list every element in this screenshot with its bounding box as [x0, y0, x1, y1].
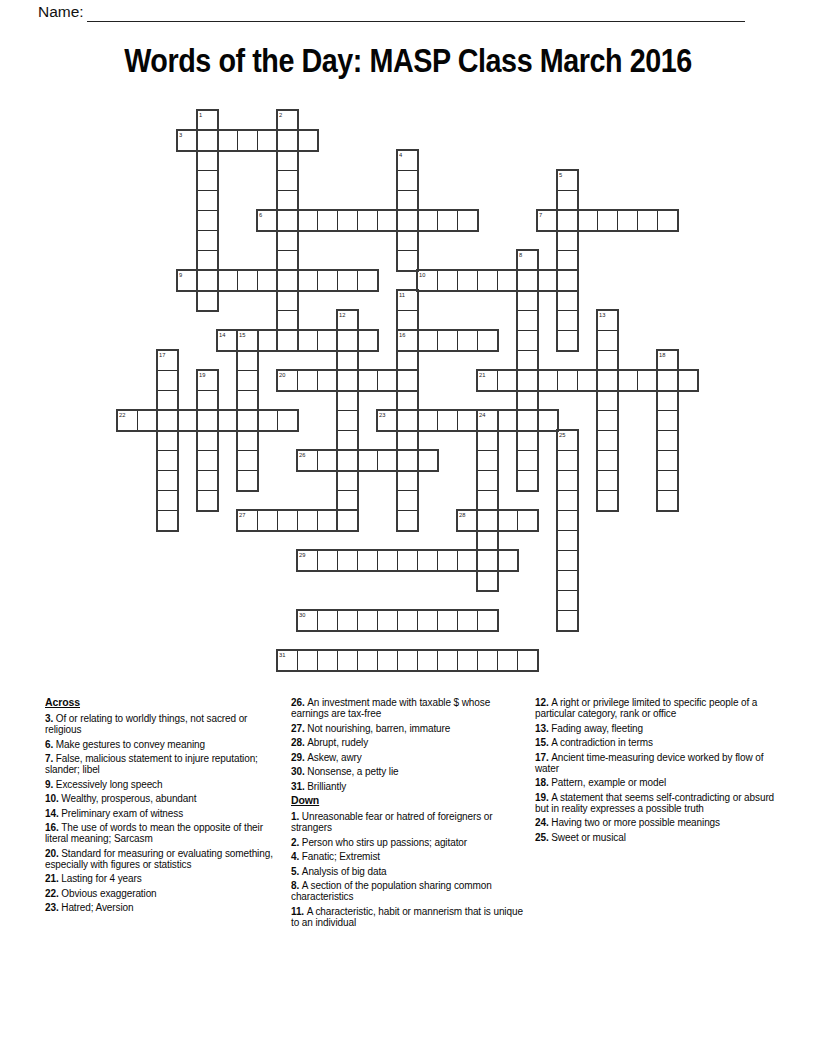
cell-r13c22[interactable]	[557, 370, 578, 391]
cell-r18c20[interactable]	[517, 470, 538, 491]
cell-r1c8[interactable]	[277, 130, 298, 151]
cell-r13c10[interactable]	[317, 370, 338, 391]
cell-r22c22[interactable]	[557, 550, 578, 571]
cell-r18c14[interactable]	[397, 470, 418, 491]
clue-across-6: 6. Make gestures to convey meaning	[45, 739, 276, 750]
cell-r18c6[interactable]	[237, 470, 258, 491]
cell-r2c8[interactable]	[277, 150, 298, 171]
cell-r18c11[interactable]	[337, 470, 358, 491]
cell-r25c15[interactable]	[417, 610, 438, 631]
cell-r15c7[interactable]	[257, 410, 278, 431]
cell-r14c14[interactable]	[397, 390, 418, 411]
cell-r15c14[interactable]	[397, 410, 418, 431]
cell-r3c8[interactable]	[277, 170, 298, 191]
cell-r17c14[interactable]	[397, 450, 418, 471]
cell-r16c14[interactable]	[397, 430, 418, 451]
clue-across-23: 23. Hatred; Aversion	[45, 902, 276, 913]
cell-r16c24[interactable]	[597, 430, 618, 451]
cell-r16c4[interactable]	[197, 430, 218, 451]
cell-r11c20[interactable]	[517, 330, 538, 351]
clue-number-label: 9.	[45, 779, 56, 790]
clues-column-left: Across3. Of or relating to worldly thing…	[45, 697, 276, 917]
cell-r19c11[interactable]	[337, 490, 358, 511]
cell-r13c27[interactable]	[657, 370, 678, 391]
cell-r22c11[interactable]	[337, 550, 358, 571]
cell-r4c8[interactable]	[277, 190, 298, 211]
cell-r5c16[interactable]	[437, 210, 458, 231]
cell-r20c14[interactable]	[397, 510, 418, 531]
cell-r16c2[interactable]	[157, 430, 178, 451]
cell-r17c18[interactable]	[477, 450, 498, 471]
cell-r8c19[interactable]	[497, 270, 518, 291]
cell-r15c17[interactable]	[457, 410, 478, 431]
cell-r6c22[interactable]	[557, 230, 578, 251]
clue-text: Not nourishing, barren, immature	[307, 723, 450, 734]
cell-r25c14[interactable]	[397, 610, 418, 631]
cell-r15c13[interactable]	[377, 410, 398, 431]
cell-r17c12[interactable]	[357, 450, 378, 471]
cell-r27c19[interactable]	[497, 650, 518, 671]
cell-r4c4[interactable]	[197, 190, 218, 211]
cell-r13c24[interactable]	[597, 370, 618, 391]
cell-r9c8[interactable]	[277, 290, 298, 311]
cell-r19c14[interactable]	[397, 490, 418, 511]
cell-r7c14[interactable]	[397, 250, 418, 271]
name-label: Name:	[38, 3, 84, 20]
cell-r20c2[interactable]	[157, 510, 178, 531]
cell-r1c7[interactable]	[257, 130, 278, 151]
cell-r0c4[interactable]	[197, 110, 218, 131]
cell-r18c18[interactable]	[477, 470, 498, 491]
cell-r5c24[interactable]	[597, 210, 618, 231]
clue-number-label: 16.	[45, 822, 61, 833]
cell-r15c15[interactable]	[417, 410, 438, 431]
cell-r12c11[interactable]	[337, 350, 358, 371]
cell-r17c11[interactable]	[337, 450, 358, 471]
cell-r20c6[interactable]	[237, 510, 258, 531]
cell-r22c18[interactable]	[477, 550, 498, 571]
clue-text: An investment made with taxable $ whose …	[291, 697, 490, 719]
cell-r5c12[interactable]	[357, 210, 378, 231]
cell-r13c14[interactable]	[397, 370, 418, 391]
clues-column-middle: 26. An investment made with taxable $ wh…	[291, 697, 527, 931]
clue-text: Excessively long speech	[56, 779, 163, 790]
clue-number-label: 17.	[535, 752, 551, 763]
cell-r25c18[interactable]	[477, 610, 498, 631]
cell-r5c17[interactable]	[457, 210, 478, 231]
cell-r16c20[interactable]	[517, 430, 538, 451]
cell-r11c17[interactable]	[457, 330, 478, 351]
clue-number-label: 12.	[535, 697, 551, 708]
cell-r25c16[interactable]	[437, 610, 458, 631]
cell-r20c22[interactable]	[557, 510, 578, 531]
cell-r8c20[interactable]	[517, 270, 538, 291]
cell-r12c14[interactable]	[397, 350, 418, 371]
cell-r13c13[interactable]	[377, 370, 398, 391]
cell-r5c11[interactable]	[337, 210, 358, 231]
cell-r13c11[interactable]	[337, 370, 358, 391]
cell-r17c20[interactable]	[517, 450, 538, 471]
cell-r22c17[interactable]	[457, 550, 478, 571]
clue-down-13: 13. Fading away, fleeting	[535, 723, 778, 734]
cell-r1c9[interactable]	[297, 130, 318, 151]
clue-text: A statement that seems self-contradictin…	[535, 792, 774, 814]
cell-r5c25[interactable]	[617, 210, 638, 231]
cell-r27c20[interactable]	[517, 650, 538, 671]
cell-r1c4[interactable]	[197, 130, 218, 151]
cell-r15c19[interactable]	[497, 410, 518, 431]
cell-r5c27[interactable]	[657, 210, 678, 231]
cell-r10c20[interactable]	[517, 310, 538, 331]
cell-r15c8[interactable]	[277, 410, 298, 431]
cell-r5c15[interactable]	[417, 210, 438, 231]
cell-r8c7[interactable]	[257, 270, 278, 291]
cell-r2c14[interactable]	[397, 150, 418, 171]
cell-r12c27[interactable]	[657, 350, 678, 371]
cell-r9c20[interactable]	[517, 290, 538, 311]
cell-r14c24[interactable]	[597, 390, 618, 411]
cell-r11c6[interactable]	[237, 330, 258, 351]
clue-text: Preliminary exam of witness	[61, 808, 183, 819]
cell-r23c18[interactable]	[477, 570, 498, 591]
cell-r22c16[interactable]	[437, 550, 458, 571]
cell-r15c5[interactable]	[217, 410, 238, 431]
clue-number-label: 10.	[45, 793, 61, 804]
clue-across-9: 9. Excessively long speech	[45, 779, 276, 790]
cell-r5c10[interactable]	[317, 210, 338, 231]
cell-r11c12[interactable]	[357, 330, 378, 351]
cell-r7c22[interactable]	[557, 250, 578, 271]
cell-r14c27[interactable]	[657, 390, 678, 411]
cell-r12c20[interactable]	[517, 350, 538, 371]
cell-r18c2[interactable]	[157, 470, 178, 491]
cell-r22c13[interactable]	[377, 550, 398, 571]
cell-r11c9[interactable]	[297, 330, 318, 351]
cell-r10c14[interactable]	[397, 310, 418, 331]
cell-r14c2[interactable]	[157, 390, 178, 411]
clue-text: Make gestures to convey meaning	[56, 739, 205, 750]
cell-r13c23[interactable]	[577, 370, 598, 391]
clue-text: A section of the population sharing comm…	[291, 880, 492, 902]
cell-r2c4[interactable]	[197, 150, 218, 171]
cell-r21c18[interactable]	[477, 530, 498, 551]
cell-r8c17[interactable]	[457, 270, 478, 291]
cell-r14c4[interactable]	[197, 390, 218, 411]
cell-r19c4[interactable]	[197, 490, 218, 511]
cell-r22c12[interactable]	[357, 550, 378, 571]
clue-number-label: 21.	[45, 873, 61, 884]
cell-r20c19[interactable]	[497, 510, 518, 531]
cell-r11c15[interactable]	[417, 330, 438, 351]
cell-r8c10[interactable]	[317, 270, 338, 291]
cell-r19c27[interactable]	[657, 490, 678, 511]
clue-number-label: 2.	[291, 837, 302, 848]
cell-r20c11[interactable]	[337, 510, 358, 531]
cell-r11c14[interactable]	[397, 330, 418, 351]
cell-r18c27[interactable]	[657, 470, 678, 491]
cell-r15c3[interactable]	[177, 410, 198, 431]
cell-r15c27[interactable]	[657, 410, 678, 431]
clue-text: Obvious exaggeration	[61, 888, 156, 899]
cell-r8c5[interactable]	[217, 270, 238, 291]
clue-down-15: 15. A contradiction in terms	[535, 737, 778, 748]
cell-r27c16[interactable]	[437, 650, 458, 671]
clue-text: Fanatic; Extremist	[302, 851, 380, 862]
cell-r10c24[interactable]	[597, 310, 618, 331]
cell-r17c13[interactable]	[377, 450, 398, 471]
cell-r25c12[interactable]	[357, 610, 378, 631]
cell-r11c18[interactable]	[477, 330, 498, 351]
cell-r11c16[interactable]	[437, 330, 458, 351]
cell-r6c14[interactable]	[397, 230, 418, 251]
clue-text: Pattern, example or model	[551, 777, 666, 788]
cell-r27c17[interactable]	[457, 650, 478, 671]
cell-r13c6[interactable]	[237, 370, 258, 391]
cell-r17c27[interactable]	[657, 450, 678, 471]
cell-r25c11[interactable]	[337, 610, 358, 631]
cell-r7c4[interactable]	[197, 250, 218, 271]
down-header: Down	[291, 795, 527, 806]
cell-r15c18[interactable]	[477, 410, 498, 431]
cell-r1c3[interactable]	[177, 130, 198, 151]
cell-r11c7[interactable]	[257, 330, 278, 351]
cell-r15c1[interactable]	[137, 410, 158, 431]
cell-r7c20[interactable]	[517, 250, 538, 271]
clue-text: Unreasonable fear or hatred of foreigner…	[291, 811, 493, 833]
cell-r11c22[interactable]	[557, 330, 578, 351]
cell-r5c23[interactable]	[577, 210, 598, 231]
cell-r13c25[interactable]	[617, 370, 638, 391]
clue-number-label: 26.	[291, 697, 307, 708]
cell-r15c16[interactable]	[437, 410, 458, 431]
clue-number-label: 8.	[291, 880, 302, 891]
cell-r22c19[interactable]	[497, 550, 518, 571]
cell-r20c20[interactable]	[517, 510, 538, 531]
cell-r11c8[interactable]	[277, 330, 298, 351]
cell-r27c15[interactable]	[417, 650, 438, 671]
cell-r27c9[interactable]	[297, 650, 318, 671]
cell-r5c22[interactable]	[557, 210, 578, 231]
clue-down-24: 24. Having two or more possible meanings	[535, 817, 778, 828]
clue-number-label: 23.	[45, 902, 61, 913]
clue-number-label: 25.	[535, 832, 551, 843]
cell-r27c18[interactable]	[477, 650, 498, 671]
cell-r15c6[interactable]	[237, 410, 258, 431]
clue-across-22: 22. Obvious exaggeration	[45, 888, 276, 899]
cell-r12c24[interactable]	[597, 350, 618, 371]
cell-r8c9[interactable]	[297, 270, 318, 291]
cell-r8c16[interactable]	[437, 270, 458, 291]
cell-r17c6[interactable]	[237, 450, 258, 471]
cell-r15c20[interactable]	[517, 410, 538, 431]
clue-down-18: 18. Pattern, example or model	[535, 777, 778, 788]
cell-r17c9[interactable]	[297, 450, 318, 471]
cell-r16c27[interactable]	[657, 430, 678, 451]
clue-number-label: 5.	[291, 866, 302, 877]
cell-r13c8[interactable]	[277, 370, 298, 391]
cell-r13c18[interactable]	[477, 370, 498, 391]
cell-r18c22[interactable]	[557, 470, 578, 491]
cell-r13c20[interactable]	[517, 370, 538, 391]
worksheet-page: { "page": { "name_label": "Name:", "titl…	[0, 0, 816, 1056]
cell-r8c4[interactable]	[197, 270, 218, 291]
clue-number-label: 19.	[535, 792, 551, 803]
cell-r15c11[interactable]	[337, 410, 358, 431]
clue-text: False, malicious statement to injure rep…	[45, 753, 258, 775]
cell-r5c9[interactable]	[297, 210, 318, 231]
cell-r8c22[interactable]	[557, 270, 578, 291]
cell-r5c21[interactable]	[537, 210, 558, 231]
cell-r12c6[interactable]	[237, 350, 258, 371]
cell-r20c8[interactable]	[277, 510, 298, 531]
cell-r25c10[interactable]	[317, 610, 338, 631]
clue-across-29: 29. Askew, awry	[291, 752, 527, 763]
cell-r5c8[interactable]	[277, 210, 298, 231]
page-title: Words of the Day: MASP Class March 2016	[53, 42, 763, 80]
clue-number-label: 14.	[45, 808, 61, 819]
cell-r25c9[interactable]	[297, 610, 318, 631]
cell-r25c22[interactable]	[557, 610, 578, 631]
cell-r14c20[interactable]	[517, 390, 538, 411]
clue-down-2: 2. Person who stirs up passions; agitato…	[291, 837, 527, 848]
cell-r16c6[interactable]	[237, 430, 258, 451]
cell-r13c19[interactable]	[497, 370, 518, 391]
crossword-grid: 3679101416202122232627282930311245811121…	[117, 110, 698, 671]
cell-r13c26[interactable]	[637, 370, 658, 391]
cell-r18c24[interactable]	[597, 470, 618, 491]
cell-r9c14[interactable]	[397, 290, 418, 311]
cell-r8c3[interactable]	[177, 270, 198, 291]
cell-r15c0[interactable]	[117, 410, 138, 431]
cell-r15c21[interactable]	[537, 410, 558, 431]
clue-number-label: 28.	[291, 737, 307, 748]
cell-r13c4[interactable]	[197, 370, 218, 391]
cell-r5c26[interactable]	[637, 210, 658, 231]
cell-r14c11[interactable]	[337, 390, 358, 411]
cell-r22c9[interactable]	[297, 550, 318, 571]
cell-r13c12[interactable]	[357, 370, 378, 391]
cell-r10c22[interactable]	[557, 310, 578, 331]
cell-r10c8[interactable]	[277, 310, 298, 331]
clue-text: Having two or more possible meanings	[551, 817, 720, 828]
cell-r16c11[interactable]	[337, 430, 358, 451]
cell-r13c21[interactable]	[537, 370, 558, 391]
cell-r5c4[interactable]	[197, 210, 218, 231]
cell-r6c8[interactable]	[277, 230, 298, 251]
cell-r10c11[interactable]	[337, 310, 358, 331]
cell-r27c13[interactable]	[377, 650, 398, 671]
cell-r11c5[interactable]	[217, 330, 238, 351]
cell-r22c10[interactable]	[317, 550, 338, 571]
cell-r20c18[interactable]	[477, 510, 498, 531]
cell-r20c17[interactable]	[457, 510, 478, 531]
cell-r21c22[interactable]	[557, 530, 578, 551]
cell-r22c15[interactable]	[417, 550, 438, 571]
cell-r13c2[interactable]	[157, 370, 178, 391]
clue-across-10: 10. Wealthy, prosperous, abundant	[45, 793, 276, 804]
cell-r17c24[interactable]	[597, 450, 618, 471]
cell-r0c8[interactable]	[277, 110, 298, 131]
cell-r5c14[interactable]	[397, 210, 418, 231]
cell-r22c14[interactable]	[397, 550, 418, 571]
cell-r8c8[interactable]	[277, 270, 298, 291]
cell-r8c6[interactable]	[237, 270, 258, 291]
cell-r13c28[interactable]	[677, 370, 698, 391]
cell-r5c13[interactable]	[377, 210, 398, 231]
cell-r19c2[interactable]	[157, 490, 178, 511]
cell-r17c15[interactable]	[417, 450, 438, 471]
cell-r17c2[interactable]	[157, 450, 178, 471]
cell-r17c4[interactable]	[197, 450, 218, 471]
cell-r5c7[interactable]	[257, 210, 278, 231]
cell-r8c12[interactable]	[357, 270, 378, 291]
cell-r1c5[interactable]	[217, 130, 238, 151]
cell-r3c4[interactable]	[197, 170, 218, 191]
cell-r4c22[interactable]	[557, 190, 578, 211]
cell-r11c10[interactable]	[317, 330, 338, 351]
clue-number-label: 20.	[45, 848, 61, 859]
cell-r19c24[interactable]	[597, 490, 618, 511]
clue-text: Ancient time-measuring device worked by …	[535, 752, 763, 774]
cell-r3c14[interactable]	[397, 170, 418, 191]
cell-r25c13[interactable]	[377, 610, 398, 631]
cell-r16c18[interactable]	[477, 430, 498, 451]
cell-r15c2[interactable]	[157, 410, 178, 431]
cell-r15c24[interactable]	[597, 410, 618, 431]
clue-across-31: 31. Brilliantly	[291, 781, 527, 792]
clue-across-14: 14. Preliminary exam of witness	[45, 808, 276, 819]
cell-r6c4[interactable]	[197, 230, 218, 251]
cell-r17c22[interactable]	[557, 450, 578, 471]
cell-r20c7[interactable]	[257, 510, 278, 531]
cell-r25c17[interactable]	[457, 610, 478, 631]
clue-number-label: 13.	[535, 723, 551, 734]
clue-down-8: 8. A section of the population sharing c…	[291, 880, 527, 902]
cell-r3c22[interactable]	[557, 170, 578, 191]
cell-r9c22[interactable]	[557, 290, 578, 311]
cell-r27c11[interactable]	[337, 650, 358, 671]
cell-r8c11[interactable]	[337, 270, 358, 291]
cell-r18c4[interactable]	[197, 470, 218, 491]
cell-r13c9[interactable]	[297, 370, 318, 391]
cell-r11c24[interactable]	[597, 330, 618, 351]
cell-r16c22[interactable]	[557, 430, 578, 451]
cell-r1c6[interactable]	[237, 130, 258, 151]
cell-r15c4[interactable]	[197, 410, 218, 431]
cell-r23c22[interactable]	[557, 570, 578, 591]
cell-r20c9[interactable]	[297, 510, 318, 531]
cell-r9c4[interactable]	[197, 290, 218, 311]
cell-r8c15[interactable]	[417, 270, 438, 291]
cell-r27c10[interactable]	[317, 650, 338, 671]
cell-r7c8[interactable]	[277, 250, 298, 271]
cell-r19c18[interactable]	[477, 490, 498, 511]
cell-r14c6[interactable]	[237, 390, 258, 411]
cell-r12c2[interactable]	[157, 350, 178, 371]
cell-r11c11[interactable]	[337, 330, 358, 351]
cell-r20c10[interactable]	[317, 510, 338, 531]
clue-text: Wealthy, prosperous, abundant	[61, 793, 196, 804]
cell-r17c10[interactable]	[317, 450, 338, 471]
cell-r24c22[interactable]	[557, 590, 578, 611]
cell-r27c14[interactable]	[397, 650, 418, 671]
cell-r19c22[interactable]	[557, 490, 578, 511]
cell-r4c14[interactable]	[397, 190, 418, 211]
cell-r8c21[interactable]	[537, 270, 558, 291]
cell-r8c18[interactable]	[477, 270, 498, 291]
cell-r27c8[interactable]	[277, 650, 298, 671]
cell-r27c12[interactable]	[357, 650, 378, 671]
